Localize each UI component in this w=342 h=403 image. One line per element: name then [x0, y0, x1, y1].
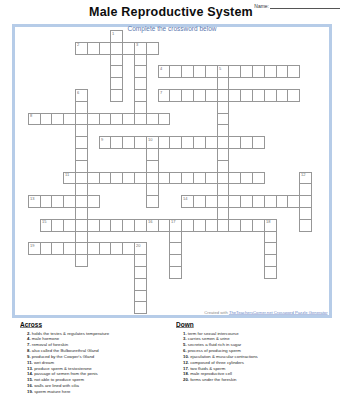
grid-cell[interactable]	[63, 195, 76, 208]
grid-cell[interactable]	[87, 195, 100, 208]
cell-number: 17	[171, 220, 179, 224]
attribution-link[interactable]: TheTeachersCorner.net Crossword Puzzle G…	[229, 310, 328, 315]
cell-number: 7	[160, 91, 168, 95]
grid-cell[interactable]	[252, 172, 265, 185]
grid-cell[interactable]	[169, 266, 182, 279]
cell-number: 10	[148, 138, 156, 142]
cell-number: 9	[101, 138, 109, 142]
grid-cell[interactable]: 11	[63, 172, 76, 185]
puzzle-box: Complete the crossword below 12345678910…	[12, 24, 332, 318]
cell-number: 6	[77, 91, 85, 95]
grid-cell[interactable]	[264, 266, 277, 279]
page-title: Male Reproductive System	[0, 5, 342, 19]
grid-cell[interactable]	[63, 219, 76, 232]
cell-number: 4	[160, 67, 168, 71]
grid-cell[interactable]	[205, 195, 218, 208]
across-clue-list: 2. holds the testes & regulates temperat…	[20, 330, 180, 394]
grid-cell[interactable]	[134, 172, 147, 185]
clue-across-19: 19. sperm mature here	[27, 389, 180, 395]
down-clue-list: 1. term for sexual intercourse3. carries…	[176, 330, 336, 383]
down-header: Down	[176, 320, 336, 329]
clues-section: Across 2. holds the testes & regulates t…	[0, 318, 342, 403]
grid-cell[interactable]	[287, 65, 300, 78]
grid-cell[interactable]	[158, 113, 171, 126]
grid-cell[interactable]	[299, 219, 312, 232]
cell-number: 16	[148, 220, 156, 224]
grid-cell[interactable]	[205, 172, 218, 185]
puzzle-subtitle: Complete the crossword below	[15, 25, 329, 33]
grid-cell[interactable]	[75, 254, 88, 267]
cell-number: 5	[219, 67, 227, 71]
clue-down-20: 20. forms under the foreskin	[183, 377, 336, 383]
cell-number: 11	[65, 173, 73, 177]
grid-cell[interactable]	[287, 89, 300, 102]
grid-cell[interactable]	[134, 301, 147, 314]
grid-cell[interactable]	[252, 136, 265, 149]
across-clues-column: Across 2. holds the testes & regulates t…	[20, 320, 174, 403]
grid-cell[interactable]	[205, 219, 218, 232]
grid-cell[interactable]	[146, 195, 159, 208]
across-header: Across	[20, 320, 180, 329]
grid-cell[interactable]	[205, 89, 218, 102]
down-clues-column: Down 1. term for sexual intercourse3. ca…	[176, 320, 340, 403]
grid-cell[interactable]	[63, 113, 76, 126]
cell-number: 14	[183, 197, 191, 201]
grid-cell[interactable]	[122, 113, 135, 126]
cell-number: 2	[77, 43, 85, 47]
grid-cell[interactable]	[205, 136, 218, 149]
attribution: Created with TheTeachersCorner.net Cross…	[205, 310, 328, 315]
cell-number: 3	[136, 43, 144, 47]
worksheet-page: Name: Male Reproductive System Complete …	[0, 0, 342, 403]
cell-number: 1	[112, 32, 120, 36]
grid-cell[interactable]	[146, 42, 159, 55]
grid-cell[interactable]	[63, 242, 76, 255]
attribution-prefix: Created with	[205, 310, 230, 315]
cell-number: 18	[266, 220, 274, 224]
cell-number: 8	[30, 114, 38, 118]
cell-number: 19	[30, 244, 38, 248]
cell-number: 13	[30, 197, 38, 201]
cell-number: 15	[42, 220, 50, 224]
cell-number: 12	[301, 173, 309, 177]
cell-number: 20	[136, 244, 144, 248]
grid-cell[interactable]	[110, 89, 123, 102]
grid-cell[interactable]	[287, 195, 300, 208]
grid-cell[interactable]	[99, 42, 112, 55]
